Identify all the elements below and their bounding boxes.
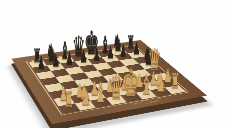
white-bishop-glyph: ♝ [140, 71, 153, 98]
black-pawn-glyph: ♟ [37, 54, 45, 71]
white-knight-glyph: ♞ [154, 69, 167, 96]
black-pawn-glyph: ♟ [66, 50, 74, 67]
white-queen-glyph: ♛ [108, 71, 123, 104]
chess-board: ♜♞♝♛♚♝♞♜♟♟♟♟♟♟♟♟♞♛♟♟♟♟♟♟♟♟♜♞♝♛♚♝♞♜ [12, 40, 208, 124]
chess-set-photo: ♜♞♝♛♚♝♞♜♟♟♟♟♟♟♟♟♞♛♟♟♟♟♟♟♟♟♜♞♝♛♚♝♞♜ [0, 0, 228, 128]
black-pawn-glyph: ♟ [132, 41, 140, 57]
white-king-glyph: ♚ [122, 64, 140, 102]
black-pawn-glyph: ♟ [79, 48, 87, 65]
white-knight-glyph: ♞ [78, 81, 91, 109]
black-pawn-glyph: ♟ [106, 44, 114, 60]
black-pawn-glyph: ♟ [93, 46, 101, 63]
white-bishop-glyph: ♝ [94, 78, 107, 106]
white-rook-glyph: ♜ [170, 71, 180, 92]
black-pawn-glyph: ♟ [119, 42, 127, 58]
white-rook-glyph: ♜ [63, 88, 74, 111]
black-pawn-glyph: ♟ [52, 52, 60, 69]
